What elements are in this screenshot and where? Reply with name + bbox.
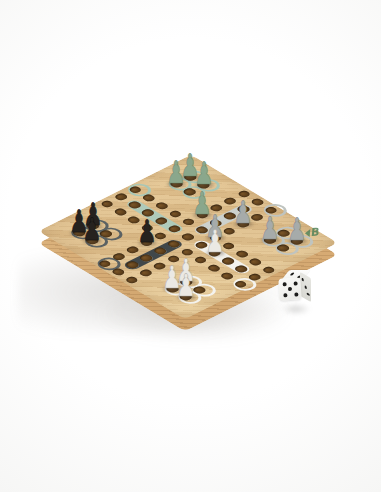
board-hole[interactable]: [113, 207, 129, 216]
die-right-face: [300, 272, 311, 302]
board-hole[interactable]: [167, 210, 183, 219]
die-pip: [288, 287, 292, 291]
board-hole[interactable]: [124, 275, 140, 284]
peg-glyph-grey: ♟: [260, 213, 279, 244]
die-pip: [304, 285, 307, 289]
board-hole[interactable]: [180, 233, 196, 242]
die-front-face: [278, 277, 301, 300]
peg-glyph-black: ♟: [137, 216, 156, 247]
die-pip: [293, 281, 297, 285]
die-pip: [294, 292, 298, 296]
board-hole[interactable]: [260, 266, 276, 275]
product-photo-stage: B ♟♟♟♟♟♟♟♟♟♟♟♟♟♟♟♟: [0, 0, 381, 492]
peg-glyph-grey: ♟: [287, 214, 306, 245]
board-hole[interactable]: [219, 272, 235, 281]
board-hole[interactable]: [247, 258, 263, 267]
board-hole[interactable]: [138, 268, 154, 277]
board-hole[interactable]: [206, 264, 222, 273]
board-hole[interactable]: [154, 202, 170, 211]
die-pip: [283, 293, 287, 297]
board-hole[interactable]: [113, 192, 129, 201]
brand-logo-text: B: [310, 226, 319, 239]
die-pip: [302, 278, 305, 282]
peg-glyph-green: ♟: [167, 157, 186, 188]
die-pip: [282, 282, 286, 286]
peg-glyph-grey: ♟: [233, 197, 252, 228]
die-pip: [290, 272, 295, 275]
board-hole[interactable]: [234, 250, 250, 259]
die-pip: [307, 292, 310, 296]
peg-glyph-black: ♟: [83, 214, 102, 245]
die[interactable]: [279, 270, 313, 308]
peg-glyph-white: ♟: [205, 226, 224, 257]
peg-glyph-white: ♟: [176, 270, 195, 301]
